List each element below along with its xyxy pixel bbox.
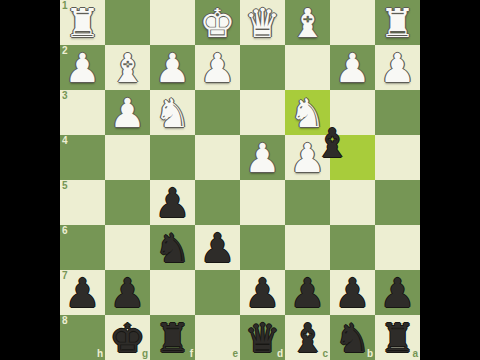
square-g4[interactable] [105, 135, 150, 180]
piece-white-pawn-g3[interactable]: ♟ [105, 90, 150, 135]
square-a6[interactable] [375, 225, 420, 270]
piece-white-pawn-f2[interactable]: ♟ [150, 45, 195, 90]
square-d3[interactable] [240, 90, 285, 135]
square-b1[interactable] [330, 0, 375, 45]
piece-black-pawn-d7[interactable]: ♟ [240, 270, 285, 315]
piece-black-pawn-a7[interactable]: ♟ [375, 270, 420, 315]
piece-white-bishop-c1[interactable]: ♝ [285, 0, 330, 45]
square-h7[interactable]: 7♟ [60, 270, 105, 315]
square-a2[interactable]: ♟ [375, 45, 420, 90]
square-d8[interactable]: d♛ [240, 315, 285, 360]
piece-black-pawn-h7[interactable]: ♟ [60, 270, 105, 315]
piece-white-pawn-a2[interactable]: ♟ [375, 45, 420, 90]
file-label-e: e [232, 349, 238, 359]
piece-white-queen-d1[interactable]: ♛ [240, 0, 285, 45]
square-e1[interactable]: ♚ [195, 0, 240, 45]
piece-white-rook-a1[interactable]: ♜ [375, 0, 420, 45]
square-h3[interactable]: 3 [60, 90, 105, 135]
square-g2[interactable]: ♝ [105, 45, 150, 90]
video-frame: 1♜♚♛♝♜2♟♝♟♟♟♟3♟♞♞4♟♟5♟6♞♟7♟♟♟♟♟♟8hg♚f♜ed… [0, 0, 480, 360]
square-h6[interactable]: 6 [60, 225, 105, 270]
square-c1[interactable]: ♝ [285, 0, 330, 45]
square-f6[interactable]: ♞ [150, 225, 195, 270]
square-b8[interactable]: b♞ [330, 315, 375, 360]
rank-label-6: 6 [62, 226, 68, 236]
square-b7[interactable]: ♟ [330, 270, 375, 315]
square-d7[interactable]: ♟ [240, 270, 285, 315]
piece-black-pawn-c7[interactable]: ♟ [285, 270, 330, 315]
piece-black-queen-d8[interactable]: ♛ [240, 315, 285, 360]
rank-label-5: 5 [62, 181, 68, 191]
square-e3[interactable] [195, 90, 240, 135]
square-g1[interactable] [105, 0, 150, 45]
square-d2[interactable] [240, 45, 285, 90]
square-b6[interactable] [330, 225, 375, 270]
piece-white-pawn-b2[interactable]: ♟ [330, 45, 375, 90]
square-d6[interactable] [240, 225, 285, 270]
piece-white-bishop-g2[interactable]: ♝ [105, 45, 150, 90]
square-a5[interactable] [375, 180, 420, 225]
piece-white-pawn-h2[interactable]: ♟ [60, 45, 105, 90]
square-f3[interactable]: ♞ [150, 90, 195, 135]
square-e6[interactable]: ♟ [195, 225, 240, 270]
letterbox-right [420, 0, 480, 360]
square-e8[interactable]: e [195, 315, 240, 360]
square-h4[interactable]: 4 [60, 135, 105, 180]
square-f5[interactable]: ♟ [150, 180, 195, 225]
square-g8[interactable]: g♚ [105, 315, 150, 360]
letterbox-left [0, 0, 60, 360]
square-e5[interactable] [195, 180, 240, 225]
piece-black-pawn-g7[interactable]: ♟ [105, 270, 150, 315]
square-e4[interactable] [195, 135, 240, 180]
square-a1[interactable]: ♜ [375, 0, 420, 45]
piece-white-pawn-d4[interactable]: ♟ [240, 135, 285, 180]
square-a8[interactable]: a♜ [375, 315, 420, 360]
square-b5[interactable] [330, 180, 375, 225]
piece-black-pawn-b7[interactable]: ♟ [330, 270, 375, 315]
square-h1[interactable]: 1♜ [60, 0, 105, 45]
square-b2[interactable]: ♟ [330, 45, 375, 90]
square-f7[interactable] [150, 270, 195, 315]
piece-white-king-e1[interactable]: ♚ [195, 0, 240, 45]
rank-label-3: 3 [62, 91, 68, 101]
rank-label-8: 8 [62, 316, 68, 326]
square-f2[interactable]: ♟ [150, 45, 195, 90]
square-f8[interactable]: f♜ [150, 315, 195, 360]
square-f1[interactable] [150, 0, 195, 45]
square-g6[interactable] [105, 225, 150, 270]
piece-black-king-g8[interactable]: ♚ [105, 315, 150, 360]
square-c2[interactable] [285, 45, 330, 90]
piece-black-knight-b8[interactable]: ♞ [330, 315, 375, 360]
piece-black-bishop-c8[interactable]: ♝ [285, 315, 330, 360]
square-d5[interactable] [240, 180, 285, 225]
piece-black-rook-a8[interactable]: ♜ [375, 315, 420, 360]
square-g5[interactable] [105, 180, 150, 225]
piece-white-pawn-e2[interactable]: ♟ [195, 45, 240, 90]
square-d1[interactable]: ♛ [240, 0, 285, 45]
square-c7[interactable]: ♟ [285, 270, 330, 315]
file-label-h: h [97, 349, 103, 359]
square-d4[interactable]: ♟ [240, 135, 285, 180]
square-c8[interactable]: c♝ [285, 315, 330, 360]
square-h5[interactable]: 5 [60, 180, 105, 225]
piece-black-knight-f6[interactable]: ♞ [150, 225, 195, 270]
piece-white-rook-h1[interactable]: ♜ [60, 0, 105, 45]
square-f4[interactable] [150, 135, 195, 180]
piece-black-bishop-animating-from-b4[interactable]: ♝ [310, 121, 355, 166]
square-a3[interactable] [375, 90, 420, 135]
square-h8[interactable]: 8h [60, 315, 105, 360]
square-c6[interactable] [285, 225, 330, 270]
square-c5[interactable] [285, 180, 330, 225]
square-h2[interactable]: 2♟ [60, 45, 105, 90]
piece-black-rook-f8[interactable]: ♜ [150, 315, 195, 360]
piece-white-knight-f3[interactable]: ♞ [150, 90, 195, 135]
rank-label-4: 4 [62, 136, 68, 146]
square-g7[interactable]: ♟ [105, 270, 150, 315]
piece-black-pawn-e6[interactable]: ♟ [195, 225, 240, 270]
square-g3[interactable]: ♟ [105, 90, 150, 135]
square-a4[interactable] [375, 135, 420, 180]
chess-board[interactable]: 1♜♚♛♝♜2♟♝♟♟♟♟3♟♞♞4♟♟5♟6♞♟7♟♟♟♟♟♟8hg♚f♜ed… [60, 0, 420, 360]
square-e7[interactable] [195, 270, 240, 315]
square-a7[interactable]: ♟ [375, 270, 420, 315]
piece-black-pawn-f5[interactable]: ♟ [150, 180, 195, 225]
square-e2[interactable]: ♟ [195, 45, 240, 90]
